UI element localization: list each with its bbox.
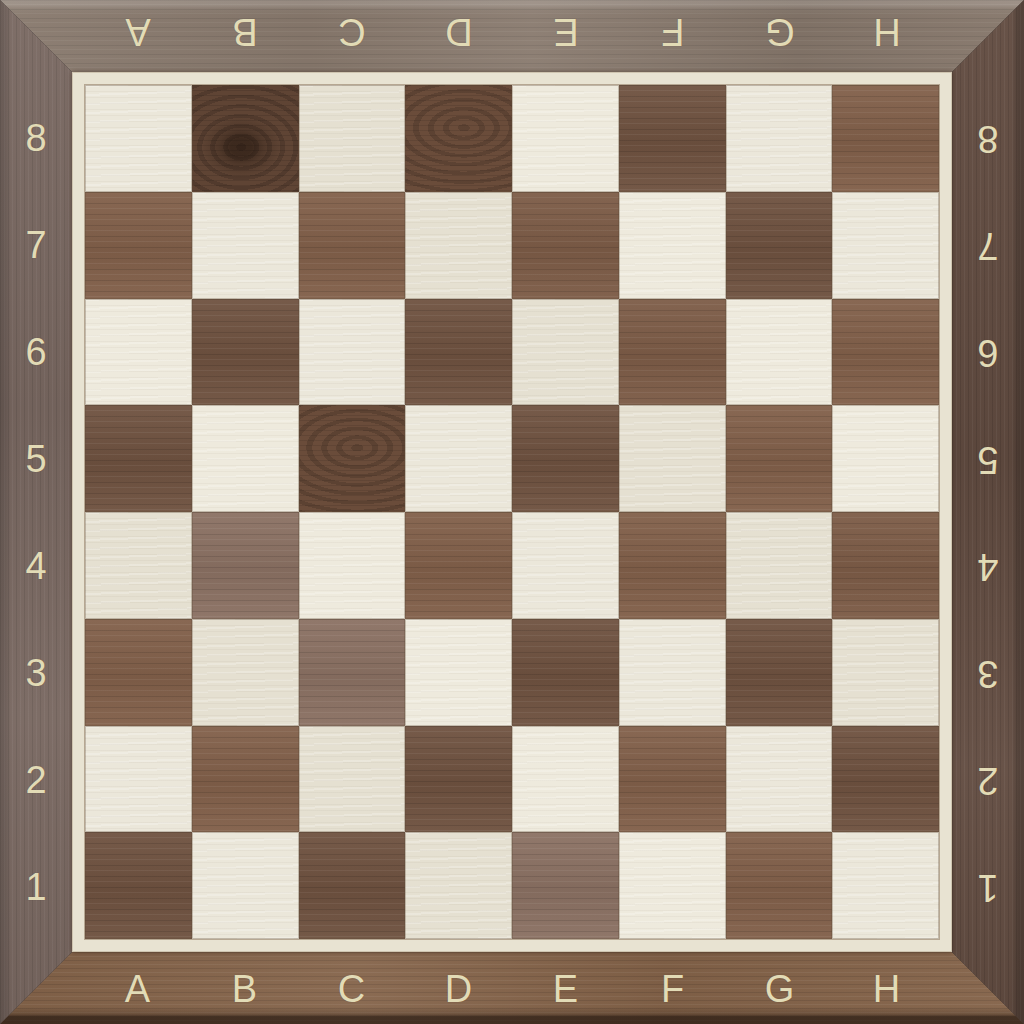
square-a3[interactable] — [85, 619, 192, 726]
square-d8[interactable] — [405, 85, 512, 192]
rank-label-left-2: 2 — [25, 758, 46, 801]
square-b5[interactable] — [192, 405, 299, 512]
square-b4[interactable] — [192, 512, 299, 619]
square-b7[interactable] — [192, 192, 299, 299]
square-d5[interactable] — [405, 405, 512, 512]
square-h5[interactable] — [832, 405, 939, 512]
square-d6[interactable] — [405, 299, 512, 406]
rank-label-right-4: 4 — [977, 544, 998, 587]
square-d7[interactable] — [405, 192, 512, 299]
square-d1[interactable] — [405, 832, 512, 939]
square-e6[interactable] — [512, 299, 619, 406]
square-h4[interactable] — [832, 512, 939, 619]
rank-label-right-8: 8 — [977, 116, 998, 159]
file-label-top-h: H — [873, 10, 900, 53]
square-f4[interactable] — [619, 512, 726, 619]
square-c3[interactable] — [299, 619, 406, 726]
square-h7[interactable] — [832, 192, 939, 299]
file-label-top-b: B — [232, 10, 257, 53]
square-g7[interactable] — [726, 192, 833, 299]
rank-label-left-4: 4 — [25, 544, 46, 587]
rank-label-right-3: 3 — [977, 651, 998, 694]
square-a6[interactable] — [85, 299, 192, 406]
square-f1[interactable] — [619, 832, 726, 939]
square-g1[interactable] — [726, 832, 833, 939]
board-frame-bottom — [0, 952, 1024, 1024]
square-f2[interactable] — [619, 726, 726, 833]
file-label-top-c: C — [338, 10, 365, 53]
square-f8[interactable] — [619, 85, 726, 192]
rank-label-right-1: 1 — [977, 865, 998, 908]
square-g4[interactable] — [726, 512, 833, 619]
square-h3[interactable] — [832, 619, 939, 726]
square-a4[interactable] — [85, 512, 192, 619]
square-f7[interactable] — [619, 192, 726, 299]
square-b1[interactable] — [192, 832, 299, 939]
square-g3[interactable] — [726, 619, 833, 726]
square-c7[interactable] — [299, 192, 406, 299]
square-h8[interactable] — [832, 85, 939, 192]
file-label-bottom-d: D — [445, 968, 472, 1011]
board-grid — [84, 84, 940, 940]
square-c6[interactable] — [299, 299, 406, 406]
rank-label-right-5: 5 — [977, 437, 998, 480]
rank-label-left-6: 6 — [25, 330, 46, 373]
file-label-bottom-g: G — [765, 968, 795, 1011]
square-a7[interactable] — [85, 192, 192, 299]
square-d3[interactable] — [405, 619, 512, 726]
square-e2[interactable] — [512, 726, 619, 833]
file-label-top-e: E — [553, 10, 578, 53]
file-label-bottom-b: B — [232, 968, 257, 1011]
square-e5[interactable] — [512, 405, 619, 512]
square-c8[interactable] — [299, 85, 406, 192]
file-label-bottom-e: E — [553, 968, 578, 1011]
square-e7[interactable] — [512, 192, 619, 299]
file-label-top-d: D — [445, 10, 472, 53]
square-c2[interactable] — [299, 726, 406, 833]
square-c1[interactable] — [299, 832, 406, 939]
file-label-bottom-f: F — [661, 968, 684, 1011]
square-f3[interactable] — [619, 619, 726, 726]
square-h2[interactable] — [832, 726, 939, 833]
square-e3[interactable] — [512, 619, 619, 726]
square-f6[interactable] — [619, 299, 726, 406]
square-g8[interactable] — [726, 85, 833, 192]
square-a5[interactable] — [85, 405, 192, 512]
file-label-top-f: F — [661, 10, 684, 53]
square-c5[interactable] — [299, 405, 406, 512]
square-e1[interactable] — [512, 832, 619, 939]
square-d2[interactable] — [405, 726, 512, 833]
rank-label-left-3: 3 — [25, 651, 46, 694]
square-b6[interactable] — [192, 299, 299, 406]
square-f5[interactable] — [619, 405, 726, 512]
rank-label-left-7: 7 — [25, 223, 46, 266]
rank-label-right-7: 7 — [977, 223, 998, 266]
square-h1[interactable] — [832, 832, 939, 939]
square-d4[interactable] — [405, 512, 512, 619]
square-g5[interactable] — [726, 405, 833, 512]
square-b2[interactable] — [192, 726, 299, 833]
file-label-bottom-c: C — [338, 968, 365, 1011]
board-frame-top — [0, 0, 1024, 72]
square-g6[interactable] — [726, 299, 833, 406]
file-label-top-a: A — [125, 10, 150, 53]
square-h6[interactable] — [832, 299, 939, 406]
square-e4[interactable] — [512, 512, 619, 619]
square-b8[interactable] — [192, 85, 299, 192]
square-a2[interactable] — [85, 726, 192, 833]
file-label-top-g: G — [765, 10, 795, 53]
rank-label-right-2: 2 — [977, 758, 998, 801]
rank-label-left-1: 1 — [25, 865, 46, 908]
rank-label-left-8: 8 — [25, 116, 46, 159]
square-c4[interactable] — [299, 512, 406, 619]
square-g2[interactable] — [726, 726, 833, 833]
rank-label-right-6: 6 — [977, 330, 998, 373]
square-a1[interactable] — [85, 832, 192, 939]
square-b3[interactable] — [192, 619, 299, 726]
square-e8[interactable] — [512, 85, 619, 192]
file-label-bottom-h: H — [873, 968, 900, 1011]
square-a8[interactable] — [85, 85, 192, 192]
rank-label-left-5: 5 — [25, 437, 46, 480]
file-label-bottom-a: A — [125, 968, 150, 1011]
chess-board: AA88BB77CC66DD55EE44FF33GG22HH11 — [0, 0, 1024, 1024]
